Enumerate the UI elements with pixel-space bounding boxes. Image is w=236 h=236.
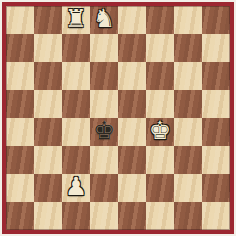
square-e2[interactable] [118,174,146,202]
square-g8[interactable] [174,6,202,34]
square-e4[interactable] [118,118,146,146]
square-c3[interactable] [62,146,90,174]
square-f8[interactable] [146,6,174,34]
board-frame: ♜♞♚♚♟ [0,0,236,236]
piece-white-pawn: ♟ [65,173,87,201]
square-c5[interactable] [62,90,90,118]
square-f2[interactable] [146,174,174,202]
square-a8[interactable] [6,6,34,34]
square-d4[interactable]: ♚ [90,118,118,146]
square-e7[interactable] [118,34,146,62]
square-g3[interactable] [174,146,202,174]
square-c7[interactable] [62,34,90,62]
square-c1[interactable] [62,202,90,230]
square-a3[interactable] [6,146,34,174]
square-h4[interactable] [202,118,230,146]
chess-board: ♜♞♚♚♟ [6,6,230,230]
board-border: ♜♞♚♚♟ [2,2,234,234]
square-f1[interactable] [146,202,174,230]
square-e3[interactable] [118,146,146,174]
square-a4[interactable] [6,118,34,146]
piece-white-knight: ♞ [93,5,115,33]
square-b8[interactable] [34,6,62,34]
square-b5[interactable] [34,90,62,118]
piece-black-king: ♚ [93,117,115,145]
piece-white-king: ♚ [149,117,171,145]
square-d7[interactable] [90,34,118,62]
square-b2[interactable] [34,174,62,202]
square-h7[interactable] [202,34,230,62]
square-d2[interactable] [90,174,118,202]
square-g1[interactable] [174,202,202,230]
square-b4[interactable] [34,118,62,146]
square-c2[interactable]: ♟ [62,174,90,202]
square-d8[interactable]: ♞ [90,6,118,34]
square-f4[interactable]: ♚ [146,118,174,146]
square-b7[interactable] [34,34,62,62]
piece-white-rook: ♜ [65,5,87,33]
square-b3[interactable] [34,146,62,174]
square-b6[interactable] [34,62,62,90]
square-d3[interactable] [90,146,118,174]
square-g7[interactable] [174,34,202,62]
square-e1[interactable] [118,202,146,230]
square-d6[interactable] [90,62,118,90]
square-c6[interactable] [62,62,90,90]
square-g2[interactable] [174,174,202,202]
square-f3[interactable] [146,146,174,174]
square-a6[interactable] [6,62,34,90]
square-h3[interactable] [202,146,230,174]
square-f6[interactable] [146,62,174,90]
square-a2[interactable] [6,174,34,202]
square-d1[interactable] [90,202,118,230]
square-g4[interactable] [174,118,202,146]
square-h2[interactable] [202,174,230,202]
square-a1[interactable] [6,202,34,230]
square-b1[interactable] [34,202,62,230]
square-c4[interactable] [62,118,90,146]
square-c8[interactable]: ♜ [62,6,90,34]
square-g5[interactable] [174,90,202,118]
square-h5[interactable] [202,90,230,118]
square-d5[interactable] [90,90,118,118]
square-a5[interactable] [6,90,34,118]
square-e5[interactable] [118,90,146,118]
square-h8[interactable] [202,6,230,34]
square-e8[interactable] [118,6,146,34]
square-f7[interactable] [146,34,174,62]
square-h6[interactable] [202,62,230,90]
square-h1[interactable] [202,202,230,230]
square-e6[interactable] [118,62,146,90]
square-a7[interactable] [6,34,34,62]
square-g6[interactable] [174,62,202,90]
square-f5[interactable] [146,90,174,118]
